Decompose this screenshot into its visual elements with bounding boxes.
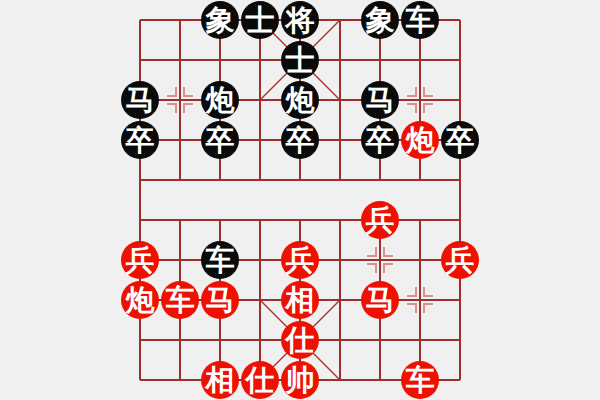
piece-black-elephant[interactable]: 象: [201, 1, 239, 39]
piece-black-general[interactable]: 将: [281, 1, 319, 39]
piece-black-soldier[interactable]: 卒: [281, 121, 319, 159]
piece-red-horse[interactable]: 马: [361, 281, 399, 319]
piece-black-soldier[interactable]: 卒: [441, 121, 479, 159]
piece-red-cannon[interactable]: 炮: [401, 121, 439, 159]
piece-black-soldier[interactable]: 卒: [201, 121, 239, 159]
piece-black-advisor[interactable]: 士: [281, 41, 319, 79]
piece-red-elephant[interactable]: 相: [281, 281, 319, 319]
piece-black-cannon[interactable]: 炮: [281, 81, 319, 119]
piece-black-chariot[interactable]: 车: [401, 1, 439, 39]
piece-red-advisor[interactable]: 仕: [281, 321, 319, 359]
piece-red-elephant[interactable]: 相: [201, 361, 239, 399]
piece-red-soldier[interactable]: 兵: [361, 201, 399, 239]
piece-red-horse[interactable]: 马: [201, 281, 239, 319]
piece-black-elephant[interactable]: 象: [361, 1, 399, 39]
piece-black-horse[interactable]: 马: [121, 81, 159, 119]
piece-black-soldier[interactable]: 卒: [361, 121, 399, 159]
piece-red-chariot[interactable]: 车: [161, 281, 199, 319]
piece-red-soldier[interactable]: 兵: [441, 241, 479, 279]
xiangqi-board-screenshot: 象士将象车士马炮炮马卒卒卒卒炮卒兵兵车兵兵炮车马相马仕相仕帅车: [0, 0, 600, 400]
piece-red-soldier[interactable]: 兵: [121, 241, 159, 279]
piece-red-soldier[interactable]: 兵: [281, 241, 319, 279]
piece-black-cannon[interactable]: 炮: [201, 81, 239, 119]
piece-black-horse[interactable]: 马: [361, 81, 399, 119]
piece-black-soldier[interactable]: 卒: [121, 121, 159, 159]
piece-red-cannon[interactable]: 炮: [121, 281, 159, 319]
piece-black-chariot[interactable]: 车: [201, 241, 239, 279]
piece-red-general[interactable]: 帅: [281, 361, 319, 399]
board[interactable]: 象士将象车士马炮炮马卒卒卒卒炮卒兵兵车兵兵炮车马相马仕相仕帅车: [0, 0, 600, 400]
piece-black-advisor[interactable]: 士: [241, 1, 279, 39]
piece-red-advisor[interactable]: 仕: [241, 361, 279, 399]
piece-red-chariot[interactable]: 车: [401, 361, 439, 399]
